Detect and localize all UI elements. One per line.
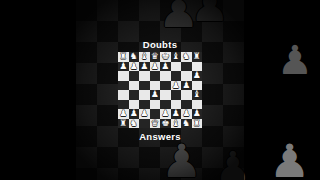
square-d1: ♛ <box>150 119 161 129</box>
square-c4 <box>139 90 150 100</box>
square-c2: ♟ <box>139 109 150 119</box>
piece-white-rook-a1: ♜ <box>118 119 129 129</box>
square-b5 <box>129 81 140 91</box>
square-d8: ♛ <box>150 52 161 62</box>
square-a6 <box>118 71 129 81</box>
square-e2: ♟ <box>160 109 171 119</box>
square-c8: ♝ <box>139 52 150 62</box>
piece-black-bishop-c8: ♝ <box>139 52 150 62</box>
piece-black-pawn-c7: ♟ <box>139 62 150 72</box>
square-f6 <box>171 71 182 81</box>
square-f8: ♝ <box>171 52 182 62</box>
square-c3 <box>139 100 150 110</box>
piece-black-pawn-b7: ♟ <box>129 62 140 72</box>
chess-board: ♜♞♝♛♚♝♞♜♟♟♟♟♟♟♟♟♟♝♟♟♟♟♟♟♟♜♞♛♚♝♞♜ <box>118 52 202 128</box>
title-answers: Answers <box>76 131 244 142</box>
square-c5 <box>139 81 150 91</box>
square-e3 <box>160 100 171 110</box>
square-e8: ♚ <box>160 52 171 62</box>
piece-white-pawn-g2: ♟ <box>181 109 192 119</box>
square-d4: ♟ <box>150 90 161 100</box>
piece-black-pawn-h6: ♟ <box>192 71 203 81</box>
square-h8: ♜ <box>192 52 203 62</box>
square-c6 <box>139 71 150 81</box>
square-d3 <box>150 100 161 110</box>
square-a2: ♟ <box>118 109 129 119</box>
square-b6 <box>129 71 140 81</box>
background-pawn-icon: ♟ <box>215 146 251 180</box>
piece-white-knight-g1: ♞ <box>181 119 192 129</box>
piece-black-pawn-a7: ♟ <box>118 62 129 72</box>
piece-black-bishop-f8: ♝ <box>171 52 182 62</box>
square-f5: ♟ <box>171 81 182 91</box>
piece-white-knight-b1: ♞ <box>129 119 140 129</box>
square-h3 <box>192 100 203 110</box>
square-d2 <box>150 109 161 119</box>
piece-black-pawn-e7: ♟ <box>160 62 171 72</box>
square-h6: ♟ <box>192 71 203 81</box>
piece-black-knight-b8: ♞ <box>129 52 140 62</box>
piece-white-pawn-d4: ♟ <box>150 90 161 100</box>
piece-white-king-e1: ♚ <box>160 119 171 129</box>
piece-black-rook-h8: ♜ <box>192 52 203 62</box>
thumbnail-canvas: ♟ ♟ ♟ ♟ ♟ ♟ Doubts ♜♞♝♛♚♝♞♜♟♟♟♟♟♟♟♟♟♝♟♟♟… <box>0 0 320 180</box>
square-f2: ♟ <box>171 109 182 119</box>
piece-black-king-e8: ♚ <box>160 52 171 62</box>
square-f4 <box>171 90 182 100</box>
piece-white-bishop-h4: ♝ <box>192 90 203 100</box>
square-g6 <box>181 71 192 81</box>
piece-black-queen-d8: ♛ <box>150 52 161 62</box>
square-b8: ♞ <box>129 52 140 62</box>
square-a8: ♜ <box>118 52 129 62</box>
square-b3 <box>129 100 140 110</box>
background-pawn-icon: ♟ <box>269 138 310 180</box>
square-e4 <box>160 90 171 100</box>
square-d5 <box>150 81 161 91</box>
square-f7 <box>171 62 182 72</box>
square-b7: ♟ <box>129 62 140 72</box>
background-pawn-icon: ♟ <box>161 138 202 180</box>
square-a3 <box>118 100 129 110</box>
piece-black-pawn-g5: ♟ <box>181 81 192 91</box>
piece-white-queen-d1: ♛ <box>150 119 161 129</box>
square-e1: ♚ <box>160 119 171 129</box>
square-e7: ♟ <box>160 62 171 72</box>
square-f3 <box>171 100 182 110</box>
piece-white-pawn-f2: ♟ <box>171 109 182 119</box>
piece-white-rook-h1: ♜ <box>192 119 203 129</box>
square-g1: ♞ <box>181 119 192 129</box>
piece-white-pawn-b2: ♟ <box>129 109 140 119</box>
square-d7: ♟ <box>150 62 161 72</box>
square-a4 <box>118 90 129 100</box>
square-h1: ♜ <box>192 119 203 129</box>
square-g5: ♟ <box>181 81 192 91</box>
piece-white-bishop-f1: ♝ <box>171 119 182 129</box>
square-d6 <box>150 71 161 81</box>
piece-white-pawn-e2: ♟ <box>160 109 171 119</box>
square-b2: ♟ <box>129 109 140 119</box>
square-f1: ♝ <box>171 119 182 129</box>
square-h4: ♝ <box>192 90 203 100</box>
square-e5 <box>160 81 171 91</box>
piece-white-pawn-c2: ♟ <box>139 109 150 119</box>
background-pawn-icon: ♟ <box>190 0 229 28</box>
piece-black-pawn-f5: ♟ <box>171 81 182 91</box>
piece-black-pawn-d7: ♟ <box>150 62 161 72</box>
square-g3 <box>181 100 192 110</box>
square-b1: ♞ <box>129 119 140 129</box>
square-g8: ♞ <box>181 52 192 62</box>
square-g7 <box>181 62 192 72</box>
piece-white-pawn-h2: ♟ <box>192 109 203 119</box>
square-e6 <box>160 71 171 81</box>
square-h7 <box>192 62 203 72</box>
square-g4 <box>181 90 192 100</box>
background-pawn-icon: ♟ <box>277 40 313 80</box>
square-g2: ♟ <box>181 109 192 119</box>
square-c7: ♟ <box>139 62 150 72</box>
piece-white-pawn-a2: ♟ <box>118 109 129 119</box>
square-a1: ♜ <box>118 119 129 129</box>
square-h5 <box>192 81 203 91</box>
piece-black-knight-g8: ♞ <box>181 52 192 62</box>
square-h2: ♟ <box>192 109 203 119</box>
square-c1 <box>139 119 150 129</box>
square-a5 <box>118 81 129 91</box>
piece-black-rook-a8: ♜ <box>118 52 129 62</box>
square-a7: ♟ <box>118 62 129 72</box>
title-doubts: Doubts <box>76 39 244 50</box>
square-b4 <box>129 90 140 100</box>
